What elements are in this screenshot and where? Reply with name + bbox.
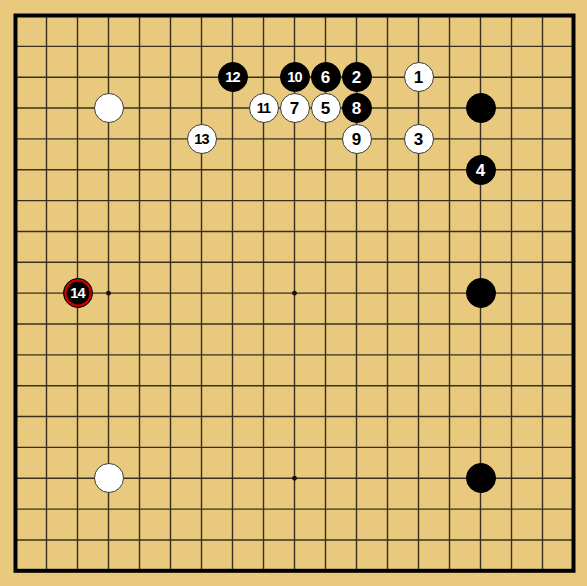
board-cell[interactable]: [310, 494, 341, 525]
board-cell[interactable]: [434, 185, 465, 216]
board-cell[interactable]: [124, 463, 155, 494]
board-cell[interactable]: [248, 123, 279, 154]
board-cell[interactable]: [93, 62, 124, 93]
board-cell[interactable]: [434, 154, 465, 185]
board-cell[interactable]: [124, 247, 155, 278]
board-cell[interactable]: [62, 31, 93, 62]
board-cell[interactable]: [496, 370, 527, 401]
board-cell[interactable]: 7: [279, 93, 310, 124]
board-cell[interactable]: [186, 494, 217, 525]
board-cell[interactable]: [527, 154, 558, 185]
board-cell[interactable]: [310, 432, 341, 463]
board-cell[interactable]: [496, 339, 527, 370]
board-cell[interactable]: [465, 339, 496, 370]
board-cell[interactable]: [465, 93, 496, 124]
board-cell[interactable]: [372, 309, 403, 340]
board-cell[interactable]: [248, 339, 279, 370]
board-cell[interactable]: [93, 216, 124, 247]
board-cell[interactable]: [62, 154, 93, 185]
board-cell[interactable]: [62, 339, 93, 370]
board-cell[interactable]: [248, 247, 279, 278]
board-cell[interactable]: [496, 555, 527, 586]
board-cell[interactable]: [93, 432, 124, 463]
board-cell[interactable]: [527, 216, 558, 247]
board-cell[interactable]: [496, 432, 527, 463]
board-cell[interactable]: [496, 185, 527, 216]
board-cell[interactable]: 1: [403, 62, 434, 93]
board-cell[interactable]: [558, 524, 587, 555]
board-cell[interactable]: [341, 463, 372, 494]
board-cell[interactable]: [248, 555, 279, 586]
board-cell[interactable]: [310, 247, 341, 278]
board-cell[interactable]: [217, 185, 248, 216]
board-cell[interactable]: [527, 93, 558, 124]
board-cell[interactable]: [403, 555, 434, 586]
board-cell[interactable]: [434, 247, 465, 278]
board-cell[interactable]: [403, 339, 434, 370]
board-cell[interactable]: [31, 154, 62, 185]
board-cell[interactable]: [465, 463, 496, 494]
board-cell[interactable]: [248, 278, 279, 309]
board-cell[interactable]: [496, 524, 527, 555]
board-cell[interactable]: [0, 278, 31, 309]
board-cell[interactable]: [248, 62, 279, 93]
board-cell[interactable]: [434, 524, 465, 555]
board-cell[interactable]: [31, 401, 62, 432]
board-cell[interactable]: [465, 31, 496, 62]
board-cell[interactable]: [372, 247, 403, 278]
board-cell[interactable]: [124, 123, 155, 154]
board-cell[interactable]: [434, 401, 465, 432]
board-cell[interactable]: [403, 278, 434, 309]
board-cell[interactable]: [279, 370, 310, 401]
board-cell[interactable]: [62, 309, 93, 340]
board-cell[interactable]: [279, 494, 310, 525]
board-cell[interactable]: [279, 309, 310, 340]
board-cell[interactable]: [372, 432, 403, 463]
board-cell[interactable]: [31, 123, 62, 154]
board-cell[interactable]: [496, 0, 527, 31]
board-cell[interactable]: [62, 123, 93, 154]
board-cell[interactable]: [155, 62, 186, 93]
board-cell[interactable]: [124, 278, 155, 309]
board-cell[interactable]: [217, 432, 248, 463]
board-cell[interactable]: [558, 154, 587, 185]
board-cell[interactable]: [186, 185, 217, 216]
board-cell[interactable]: [310, 339, 341, 370]
board-cell[interactable]: [372, 494, 403, 525]
board-cell[interactable]: [31, 278, 62, 309]
board-cell[interactable]: [0, 31, 31, 62]
board-cell[interactable]: [93, 31, 124, 62]
board-cell[interactable]: [186, 370, 217, 401]
board-cell[interactable]: [155, 185, 186, 216]
board-cell[interactable]: [0, 524, 31, 555]
board-cell[interactable]: [248, 185, 279, 216]
board-cell[interactable]: [403, 216, 434, 247]
board-cell[interactable]: [527, 432, 558, 463]
board-cell[interactable]: [93, 185, 124, 216]
board-cell[interactable]: [31, 216, 62, 247]
board-cell[interactable]: [155, 401, 186, 432]
board-cell[interactable]: [403, 0, 434, 31]
board-cell[interactable]: [31, 463, 62, 494]
board-cell[interactable]: [496, 463, 527, 494]
board-cell[interactable]: [279, 216, 310, 247]
board-cell[interactable]: [465, 524, 496, 555]
board-cell[interactable]: [186, 339, 217, 370]
board-cell[interactable]: [62, 370, 93, 401]
board-cell[interactable]: [527, 494, 558, 525]
board-cell[interactable]: [217, 370, 248, 401]
board-cell[interactable]: [558, 555, 587, 586]
board-cell[interactable]: [155, 278, 186, 309]
board-cell[interactable]: [496, 123, 527, 154]
board-cell[interactable]: [124, 154, 155, 185]
board-cell[interactable]: [279, 278, 310, 309]
board-cell[interactable]: [558, 370, 587, 401]
board-cell[interactable]: [558, 31, 587, 62]
board-cell[interactable]: [31, 93, 62, 124]
board-cell[interactable]: [496, 31, 527, 62]
board-cell[interactable]: [124, 339, 155, 370]
board-cell[interactable]: [527, 185, 558, 216]
board-cell[interactable]: [341, 185, 372, 216]
board-cell[interactable]: [341, 524, 372, 555]
board-cell[interactable]: [93, 154, 124, 185]
board-cell[interactable]: [0, 216, 31, 247]
board-cell[interactable]: [155, 432, 186, 463]
board-cell[interactable]: [372, 93, 403, 124]
board-cell[interactable]: [217, 524, 248, 555]
board-cell[interactable]: [93, 0, 124, 31]
board-cell[interactable]: [558, 216, 587, 247]
board-cell[interactable]: [93, 278, 124, 309]
board-cell[interactable]: [465, 123, 496, 154]
board-cell[interactable]: [403, 524, 434, 555]
board-cell[interactable]: [434, 0, 465, 31]
board-cell[interactable]: [93, 555, 124, 586]
board-cell[interactable]: [124, 93, 155, 124]
board-cell[interactable]: [372, 278, 403, 309]
board-cell[interactable]: [558, 339, 587, 370]
board-cell[interactable]: [62, 432, 93, 463]
board-cell[interactable]: [372, 216, 403, 247]
board-cell[interactable]: 10: [279, 62, 310, 93]
board-cell[interactable]: 5: [310, 93, 341, 124]
board-cell[interactable]: [186, 31, 217, 62]
board-cell[interactable]: [93, 463, 124, 494]
board-cell[interactable]: [434, 309, 465, 340]
board-cell[interactable]: 11: [248, 93, 279, 124]
board-cell[interactable]: [31, 524, 62, 555]
board-cell[interactable]: [186, 154, 217, 185]
board-cell[interactable]: [124, 555, 155, 586]
board-cell[interactable]: [186, 432, 217, 463]
board-cell[interactable]: [124, 62, 155, 93]
board-cell[interactable]: [155, 463, 186, 494]
board-cell[interactable]: [31, 555, 62, 586]
board-cell[interactable]: [341, 154, 372, 185]
board-cell[interactable]: [0, 494, 31, 525]
board-cell[interactable]: [155, 154, 186, 185]
board-cell[interactable]: 8: [341, 93, 372, 124]
board-cell[interactable]: [372, 185, 403, 216]
board-cell[interactable]: [124, 370, 155, 401]
board-cell[interactable]: [341, 555, 372, 586]
board-cell[interactable]: [558, 62, 587, 93]
board-cell[interactable]: [279, 463, 310, 494]
board-cell[interactable]: [403, 432, 434, 463]
board-cell[interactable]: [124, 216, 155, 247]
board-cell[interactable]: [31, 185, 62, 216]
board-cell[interactable]: [496, 62, 527, 93]
board-cell[interactable]: [0, 154, 31, 185]
board-cell[interactable]: [310, 31, 341, 62]
board-cell[interactable]: [403, 154, 434, 185]
board-cell[interactable]: [0, 123, 31, 154]
board-cell[interactable]: [403, 247, 434, 278]
board-cell[interactable]: [403, 494, 434, 525]
board-cell[interactable]: [31, 494, 62, 525]
board-cell[interactable]: [93, 309, 124, 340]
board-cell[interactable]: [558, 494, 587, 525]
board-cell[interactable]: [341, 494, 372, 525]
board-cell[interactable]: [341, 370, 372, 401]
board-cell[interactable]: [496, 154, 527, 185]
board-cell[interactable]: [341, 216, 372, 247]
board-cell[interactable]: [217, 278, 248, 309]
board-cell[interactable]: [0, 0, 31, 31]
board-cell[interactable]: [341, 0, 372, 31]
board-cell[interactable]: [279, 185, 310, 216]
board-cell[interactable]: [217, 309, 248, 340]
board-cell[interactable]: [496, 309, 527, 340]
board-cell[interactable]: [155, 524, 186, 555]
board-cell[interactable]: [62, 524, 93, 555]
board-cell[interactable]: [527, 401, 558, 432]
board-cell[interactable]: [558, 0, 587, 31]
board-cell[interactable]: [217, 93, 248, 124]
board-cell[interactable]: 6: [310, 62, 341, 93]
board-cell[interactable]: [403, 463, 434, 494]
board-cell[interactable]: [93, 247, 124, 278]
board-cell[interactable]: [0, 370, 31, 401]
board-cell[interactable]: [248, 0, 279, 31]
board-cell[interactable]: [310, 463, 341, 494]
board-cell[interactable]: [0, 93, 31, 124]
board-cell[interactable]: [217, 154, 248, 185]
board-cell[interactable]: [217, 339, 248, 370]
board-cell[interactable]: [465, 0, 496, 31]
board-cell[interactable]: [372, 524, 403, 555]
board-cell[interactable]: [310, 309, 341, 340]
board-cell[interactable]: [248, 216, 279, 247]
board-cell[interactable]: [310, 370, 341, 401]
board-cell[interactable]: [279, 154, 310, 185]
board-cell[interactable]: [527, 31, 558, 62]
board-cell[interactable]: [341, 278, 372, 309]
board-cell[interactable]: [279, 555, 310, 586]
board-cell[interactable]: [372, 62, 403, 93]
board-cell[interactable]: [62, 247, 93, 278]
board-cell[interactable]: [465, 401, 496, 432]
board-cell[interactable]: [558, 278, 587, 309]
board-cell[interactable]: [310, 555, 341, 586]
board-cell[interactable]: [93, 401, 124, 432]
board-cell[interactable]: [279, 0, 310, 31]
board-cell[interactable]: [124, 31, 155, 62]
board-cell[interactable]: [465, 494, 496, 525]
board-cell[interactable]: [31, 432, 62, 463]
board-cell[interactable]: [93, 494, 124, 525]
board-cell[interactable]: [527, 62, 558, 93]
board-cell[interactable]: [93, 123, 124, 154]
board-cell[interactable]: [124, 401, 155, 432]
board-cell[interactable]: [434, 463, 465, 494]
board-cell[interactable]: [279, 339, 310, 370]
board-cell[interactable]: [217, 463, 248, 494]
board-cell[interactable]: [248, 370, 279, 401]
board-cell[interactable]: [310, 524, 341, 555]
board-cell[interactable]: [496, 278, 527, 309]
board-cell[interactable]: [310, 154, 341, 185]
board-cell[interactable]: [496, 216, 527, 247]
board-cell[interactable]: [155, 0, 186, 31]
board-cell[interactable]: [527, 123, 558, 154]
board-cell[interactable]: [465, 216, 496, 247]
board-cell[interactable]: [434, 123, 465, 154]
board-cell[interactable]: [248, 154, 279, 185]
board-cell[interactable]: [558, 185, 587, 216]
board-cell[interactable]: [186, 216, 217, 247]
board-cell[interactable]: [248, 401, 279, 432]
board-cell[interactable]: [31, 0, 62, 31]
board-cell[interactable]: [558, 123, 587, 154]
board-cell[interactable]: [527, 370, 558, 401]
board-cell[interactable]: 2: [341, 62, 372, 93]
board-cell[interactable]: [186, 0, 217, 31]
board-cell[interactable]: [341, 309, 372, 340]
board-cell[interactable]: [186, 62, 217, 93]
board-cell[interactable]: [93, 339, 124, 370]
board-cell[interactable]: [62, 401, 93, 432]
board-cell[interactable]: [279, 401, 310, 432]
board-cell[interactable]: [403, 309, 434, 340]
board-cell[interactable]: [155, 309, 186, 340]
board-cell[interactable]: [558, 401, 587, 432]
board-cell[interactable]: [155, 247, 186, 278]
board-cell[interactable]: [279, 123, 310, 154]
board-cell[interactable]: [186, 309, 217, 340]
board-cell[interactable]: [558, 247, 587, 278]
board-cell[interactable]: [310, 0, 341, 31]
board-cell[interactable]: [403, 370, 434, 401]
board-cell[interactable]: [217, 247, 248, 278]
board-cell[interactable]: [124, 0, 155, 31]
board-cell[interactable]: [0, 247, 31, 278]
board-cell[interactable]: [248, 463, 279, 494]
board-cell[interactable]: [310, 401, 341, 432]
board-cell[interactable]: [465, 555, 496, 586]
board-cell[interactable]: [186, 401, 217, 432]
board-cell[interactable]: [62, 216, 93, 247]
board-cell[interactable]: [372, 370, 403, 401]
board-cell[interactable]: [372, 401, 403, 432]
board-cell[interactable]: [217, 0, 248, 31]
board-cell[interactable]: 9: [341, 123, 372, 154]
board-cell[interactable]: [186, 247, 217, 278]
board-cell[interactable]: [403, 185, 434, 216]
board-cell[interactable]: [62, 93, 93, 124]
board-cell[interactable]: [31, 370, 62, 401]
board-cell[interactable]: [496, 494, 527, 525]
board-cell[interactable]: [0, 185, 31, 216]
board-cell[interactable]: [403, 401, 434, 432]
board-cell[interactable]: [217, 401, 248, 432]
board-cell[interactable]: [186, 524, 217, 555]
board-cell[interactable]: [0, 463, 31, 494]
board-cell[interactable]: [434, 93, 465, 124]
board-cell[interactable]: [155, 494, 186, 525]
board-cell[interactable]: [372, 555, 403, 586]
board-cell[interactable]: [465, 432, 496, 463]
board-cell[interactable]: [434, 278, 465, 309]
board-cell[interactable]: [527, 0, 558, 31]
board-cell[interactable]: [31, 31, 62, 62]
board-cell[interactable]: [527, 524, 558, 555]
board-cell[interactable]: [372, 123, 403, 154]
board-cell[interactable]: [465, 62, 496, 93]
board-cell[interactable]: [434, 339, 465, 370]
board-cell[interactable]: [465, 370, 496, 401]
board-cell[interactable]: 3: [403, 123, 434, 154]
board-cell[interactable]: [341, 432, 372, 463]
board-cell[interactable]: [527, 555, 558, 586]
board-cell[interactable]: [217, 555, 248, 586]
board-cell[interactable]: [279, 524, 310, 555]
board-cell[interactable]: [434, 555, 465, 586]
board-cell[interactable]: [372, 154, 403, 185]
board-cell[interactable]: [155, 123, 186, 154]
board-cell[interactable]: [31, 309, 62, 340]
board-cell[interactable]: [341, 247, 372, 278]
board-cell[interactable]: [62, 0, 93, 31]
board-cell[interactable]: [186, 555, 217, 586]
board-cell[interactable]: [0, 555, 31, 586]
board-cell[interactable]: [465, 247, 496, 278]
board-cell[interactable]: [248, 31, 279, 62]
board-cell[interactable]: [372, 31, 403, 62]
board-cell[interactable]: [279, 31, 310, 62]
board-cell[interactable]: [496, 93, 527, 124]
board-cell[interactable]: [403, 31, 434, 62]
board-cell[interactable]: [341, 401, 372, 432]
board-cell[interactable]: [310, 216, 341, 247]
board-cell[interactable]: [248, 494, 279, 525]
board-cell[interactable]: [186, 93, 217, 124]
board-cell[interactable]: [124, 494, 155, 525]
board-cell[interactable]: [124, 524, 155, 555]
board-cell[interactable]: [434, 494, 465, 525]
board-cell[interactable]: [248, 309, 279, 340]
board-cell[interactable]: [155, 370, 186, 401]
board-cell[interactable]: [527, 339, 558, 370]
board-cell[interactable]: [372, 339, 403, 370]
board-cell[interactable]: [527, 278, 558, 309]
board-cell[interactable]: [527, 309, 558, 340]
board-cell[interactable]: [558, 432, 587, 463]
